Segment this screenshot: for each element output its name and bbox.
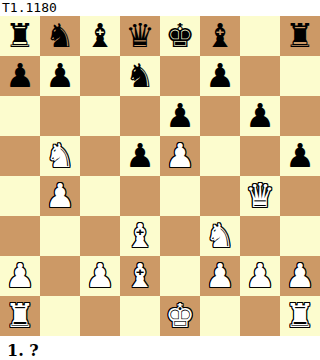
square-h2[interactable]: ♟: [280, 256, 320, 296]
square-b4[interactable]: ♟: [40, 176, 80, 216]
square-g2[interactable]: ♟: [240, 256, 280, 296]
white-bishop: ♝: [125, 256, 155, 296]
square-c7[interactable]: [80, 56, 120, 96]
black-knight: ♞: [45, 16, 75, 56]
black-king: ♚: [165, 16, 195, 56]
square-h8[interactable]: ♜: [280, 16, 320, 56]
square-a7[interactable]: ♟: [0, 56, 40, 96]
white-pawn: ♟: [165, 136, 195, 176]
black-pawn: ♟: [165, 96, 195, 136]
square-e6[interactable]: ♟: [160, 96, 200, 136]
square-b6[interactable]: [40, 96, 80, 136]
square-e1[interactable]: ♚: [160, 296, 200, 336]
square-a6[interactable]: [0, 96, 40, 136]
square-e2[interactable]: [160, 256, 200, 296]
chess-program-window: T1.1180 ♜♞♝♛♚♝♜♟♟♞♟♟♟♞♟♟♟♟♛♝♞♟♟♝♟♟♟♜♚♜ 1…: [0, 0, 320, 360]
white-knight: ♞: [205, 216, 235, 256]
square-f1[interactable]: [200, 296, 240, 336]
square-a2[interactable]: ♟: [0, 256, 40, 296]
square-g7[interactable]: [240, 56, 280, 96]
white-pawn: ♟: [245, 256, 275, 296]
white-pawn: ♟: [5, 256, 35, 296]
square-c5[interactable]: [80, 136, 120, 176]
square-c4[interactable]: [80, 176, 120, 216]
square-e5[interactable]: ♟: [160, 136, 200, 176]
square-h4[interactable]: [280, 176, 320, 216]
square-c1[interactable]: [80, 296, 120, 336]
square-b3[interactable]: [40, 216, 80, 256]
square-b5[interactable]: ♞: [40, 136, 80, 176]
square-f2[interactable]: ♟: [200, 256, 240, 296]
square-c8[interactable]: ♝: [80, 16, 120, 56]
square-g1[interactable]: [240, 296, 280, 336]
black-bishop: ♝: [205, 16, 235, 56]
square-f4[interactable]: [200, 176, 240, 216]
square-c2[interactable]: ♟: [80, 256, 120, 296]
white-pawn: ♟: [45, 176, 75, 216]
square-g4[interactable]: ♛: [240, 176, 280, 216]
square-b7[interactable]: ♟: [40, 56, 80, 96]
square-a8[interactable]: ♜: [0, 16, 40, 56]
square-g3[interactable]: [240, 216, 280, 256]
square-h5[interactable]: ♟: [280, 136, 320, 176]
square-c3[interactable]: [80, 216, 120, 256]
square-d6[interactable]: [120, 96, 160, 136]
black-pawn: ♟: [5, 56, 35, 96]
white-pawn: ♟: [205, 256, 235, 296]
square-d7[interactable]: ♞: [120, 56, 160, 96]
square-g5[interactable]: [240, 136, 280, 176]
white-rook: ♜: [285, 296, 315, 336]
black-pawn: ♟: [45, 56, 75, 96]
black-pawn: ♟: [285, 136, 315, 176]
square-c6[interactable]: [80, 96, 120, 136]
square-d4[interactable]: [120, 176, 160, 216]
white-pawn: ♟: [85, 256, 115, 296]
square-b1[interactable]: [40, 296, 80, 336]
black-knight: ♞: [125, 56, 155, 96]
square-d3[interactable]: ♝: [120, 216, 160, 256]
square-e3[interactable]: [160, 216, 200, 256]
square-d2[interactable]: ♝: [120, 256, 160, 296]
black-queen: ♛: [125, 16, 155, 56]
square-e8[interactable]: ♚: [160, 16, 200, 56]
square-e4[interactable]: [160, 176, 200, 216]
square-b2[interactable]: [40, 256, 80, 296]
square-a4[interactable]: [0, 176, 40, 216]
chess-board: ♜♞♝♛♚♝♜♟♟♞♟♟♟♞♟♟♟♟♛♝♞♟♟♝♟♟♟♜♚♜: [0, 16, 320, 336]
black-rook: ♜: [285, 16, 315, 56]
white-knight: ♞: [45, 136, 75, 176]
square-f7[interactable]: ♟: [200, 56, 240, 96]
square-d8[interactable]: ♛: [120, 16, 160, 56]
square-f6[interactable]: [200, 96, 240, 136]
white-rook: ♜: [5, 296, 35, 336]
square-h7[interactable]: [280, 56, 320, 96]
white-king: ♚: [165, 296, 195, 336]
black-pawn: ♟: [125, 136, 155, 176]
square-h6[interactable]: [280, 96, 320, 136]
white-pawn: ♟: [285, 256, 315, 296]
square-a1[interactable]: ♜: [0, 296, 40, 336]
puzzle-id-label: T1.1180: [0, 0, 320, 16]
black-rook: ♜: [5, 16, 35, 56]
square-f3[interactable]: ♞: [200, 216, 240, 256]
square-h3[interactable]: [280, 216, 320, 256]
square-h1[interactable]: ♜: [280, 296, 320, 336]
white-queen: ♛: [245, 176, 275, 216]
square-b8[interactable]: ♞: [40, 16, 80, 56]
move-prompt-label: 1. ?: [0, 336, 320, 360]
square-e7[interactable]: [160, 56, 200, 96]
black-pawn: ♟: [245, 96, 275, 136]
square-a3[interactable]: [0, 216, 40, 256]
square-g8[interactable]: [240, 16, 280, 56]
square-f8[interactable]: ♝: [200, 16, 240, 56]
square-d5[interactable]: ♟: [120, 136, 160, 176]
square-a5[interactable]: [0, 136, 40, 176]
square-f5[interactable]: [200, 136, 240, 176]
white-bishop: ♝: [125, 216, 155, 256]
black-pawn: ♟: [205, 56, 235, 96]
square-d1[interactable]: [120, 296, 160, 336]
square-g6[interactable]: ♟: [240, 96, 280, 136]
black-bishop: ♝: [85, 16, 115, 56]
